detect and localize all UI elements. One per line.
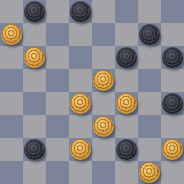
- black-piece[interactable]: ⛂: [139, 24, 160, 45]
- square-r2c7[interactable]: ⛂: [161, 46, 184, 69]
- square-r4c5[interactable]: ⛀: [115, 92, 138, 115]
- white-piece[interactable]: ⛀: [70, 93, 91, 114]
- square-r1c7: [161, 23, 184, 46]
- square-r0c0: [0, 0, 23, 23]
- square-r1c0[interactable]: ⛀: [0, 23, 23, 46]
- square-r6c1[interactable]: ⛂: [23, 138, 46, 161]
- black-piece[interactable]: ⛂: [70, 1, 91, 22]
- square-r5c1: [23, 115, 46, 138]
- white-piece[interactable]: ⛀: [93, 70, 114, 91]
- square-r7c4[interactable]: [92, 161, 115, 184]
- square-r5c6[interactable]: [138, 115, 161, 138]
- square-r6c7[interactable]: ⛀: [161, 138, 184, 161]
- square-r7c5: [115, 161, 138, 184]
- square-r3c2[interactable]: [46, 69, 69, 92]
- black-piece[interactable]: ⛂: [24, 1, 45, 22]
- square-r0c2: [46, 0, 69, 23]
- square-r7c0[interactable]: [0, 161, 23, 184]
- square-r4c1[interactable]: [23, 92, 46, 115]
- square-r7c6[interactable]: ⛀: [138, 161, 161, 184]
- white-piece[interactable]: ⛀: [24, 47, 45, 68]
- square-r4c4: [92, 92, 115, 115]
- square-r2c2: [46, 46, 69, 69]
- square-r2c6: [138, 46, 161, 69]
- square-r1c1: [23, 23, 46, 46]
- square-r2c5[interactable]: ⛂: [115, 46, 138, 69]
- square-r0c5[interactable]: [115, 0, 138, 23]
- square-r4c7[interactable]: ⛂: [161, 92, 184, 115]
- white-piece[interactable]: ⛀: [139, 162, 160, 183]
- white-piece[interactable]: ⛀: [1, 24, 22, 45]
- square-r4c3[interactable]: ⛀: [69, 92, 92, 115]
- screenshot-stage: ⛂⛂⛀⛂⛀⛂⛂⛀⛀⛀⛂⛀⛂⛀⛂⛀⛀: [0, 0, 184, 184]
- square-r1c5: [115, 23, 138, 46]
- square-r6c2: [46, 138, 69, 161]
- square-r1c3: [69, 23, 92, 46]
- square-r6c6: [138, 138, 161, 161]
- square-r5c7: [161, 115, 184, 138]
- square-r3c6[interactable]: [138, 69, 161, 92]
- square-r1c4[interactable]: [92, 23, 115, 46]
- square-r3c4[interactable]: ⛀: [92, 69, 115, 92]
- black-piece[interactable]: ⛂: [162, 47, 183, 68]
- black-piece[interactable]: ⛂: [24, 139, 45, 160]
- square-r0c3[interactable]: ⛂: [69, 0, 92, 23]
- square-r6c3[interactable]: ⛀: [69, 138, 92, 161]
- square-r3c7: [161, 69, 184, 92]
- square-r7c1: [23, 161, 46, 184]
- square-r7c3: [69, 161, 92, 184]
- square-r7c7: [161, 161, 184, 184]
- square-r3c1: [23, 69, 46, 92]
- square-r5c3: [69, 115, 92, 138]
- square-r5c4[interactable]: ⛀: [92, 115, 115, 138]
- square-r4c2: [46, 92, 69, 115]
- square-r2c3[interactable]: [69, 46, 92, 69]
- square-r6c0: [0, 138, 23, 161]
- square-r1c2[interactable]: [46, 23, 69, 46]
- square-r3c0[interactable]: [0, 69, 23, 92]
- square-r7c2[interactable]: [46, 161, 69, 184]
- square-r0c4: [92, 0, 115, 23]
- square-r0c7[interactable]: [161, 0, 184, 23]
- square-r2c1[interactable]: ⛀: [23, 46, 46, 69]
- square-r0c1[interactable]: ⛂: [23, 0, 46, 23]
- square-r5c0[interactable]: [0, 115, 23, 138]
- square-r2c4: [92, 46, 115, 69]
- square-r3c5: [115, 69, 138, 92]
- white-piece[interactable]: ⛀: [162, 139, 183, 160]
- white-piece[interactable]: ⛀: [70, 139, 91, 160]
- black-piece[interactable]: ⛂: [116, 47, 137, 68]
- square-r4c0: [0, 92, 23, 115]
- square-r1c6[interactable]: ⛂: [138, 23, 161, 46]
- checkers-board: ⛂⛂⛀⛂⛀⛂⛂⛀⛀⛀⛂⛀⛂⛀⛂⛀⛀: [0, 0, 184, 184]
- white-piece[interactable]: ⛀: [93, 116, 114, 137]
- square-r5c2[interactable]: [46, 115, 69, 138]
- black-piece[interactable]: ⛂: [162, 93, 183, 114]
- square-r6c5[interactable]: ⛂: [115, 138, 138, 161]
- square-r6c4: [92, 138, 115, 161]
- square-r3c3: [69, 69, 92, 92]
- square-r2c0: [0, 46, 23, 69]
- black-piece[interactable]: ⛂: [116, 139, 137, 160]
- white-piece[interactable]: ⛀: [116, 93, 137, 114]
- square-r0c6: [138, 0, 161, 23]
- square-r4c6: [138, 92, 161, 115]
- square-r5c5: [115, 115, 138, 138]
